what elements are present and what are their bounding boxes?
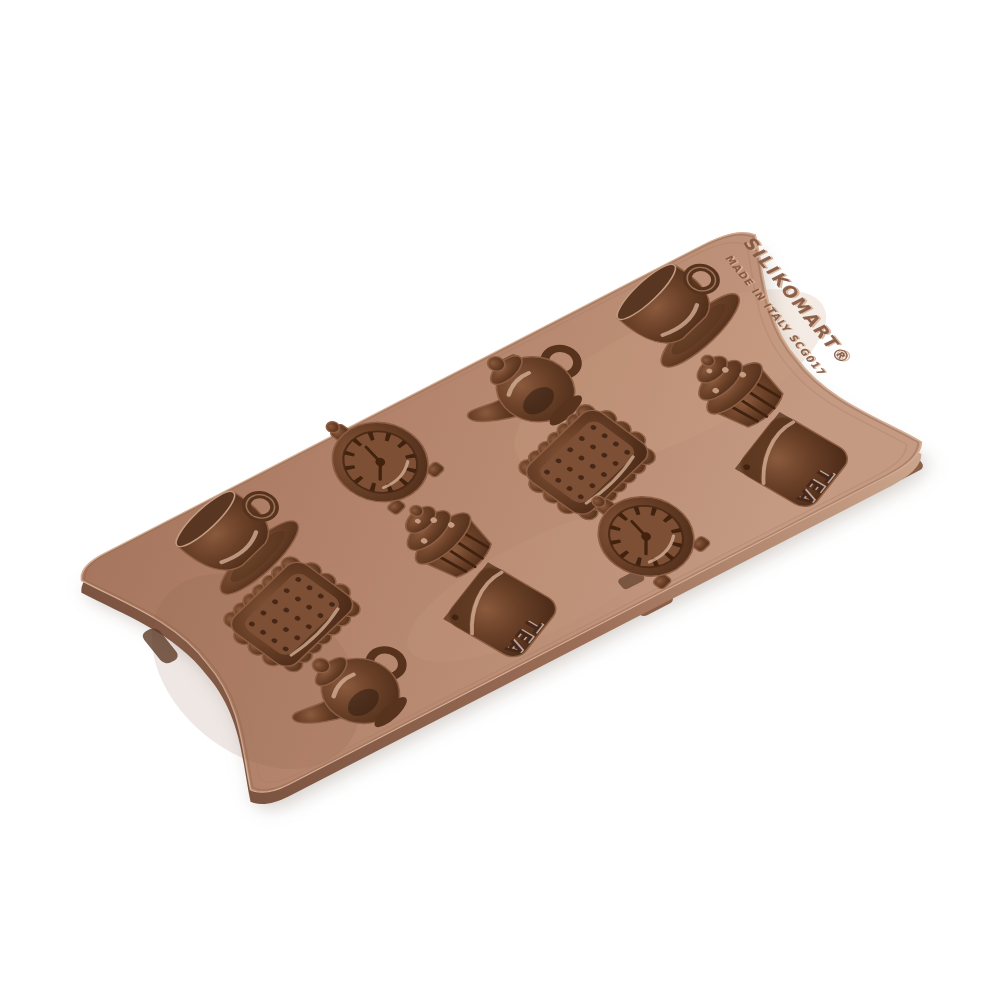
chocolate-mold-tray: SILIKOMART® SILIKOMART® MADE IN ITALY SC… [50, 199, 948, 815]
product-photo: TEA TEA SILIKOMART® SILIKOMART® [0, 0, 1000, 1000]
mold-illustration: TEA TEA SILIKOMART® SILIKOMART® [0, 0, 1000, 1000]
